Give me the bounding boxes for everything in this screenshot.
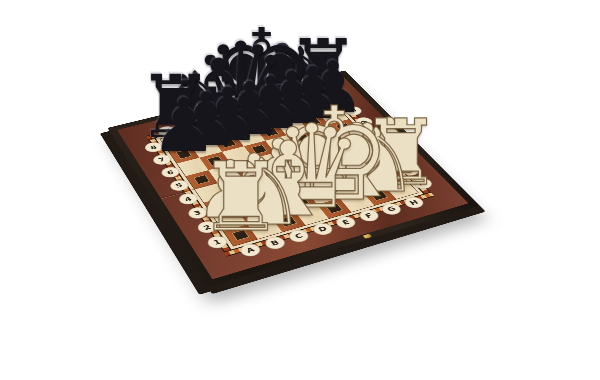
square-inlay: [325, 203, 343, 214]
square-inlay: [305, 117, 321, 126]
square-inlay: [315, 158, 332, 168]
square-inlay: [294, 134, 310, 143]
coordinate-label: B: [269, 239, 281, 247]
square-inlay: [370, 190, 388, 200]
square-inlay: [245, 208, 263, 219]
coordinate-label: 4: [380, 143, 392, 149]
square-inlay: [232, 229, 250, 240]
square-inlay: [357, 146, 374, 155]
chess-board: ABCDEFGHABCDEFGH8765432187654321: [107, 70, 479, 287]
coordinate-label: 1: [212, 238, 223, 246]
square-inlay: [251, 145, 267, 154]
coordinate-label: 1: [416, 180, 428, 186]
square-inlay: [347, 164, 364, 174]
square-inlay: [325, 140, 342, 149]
square-inlay: [226, 181, 243, 191]
square-inlay: [380, 171, 397, 181]
square-inlay: [189, 132, 205, 141]
square-inlay: [258, 189, 275, 199]
square-inlay: [193, 175, 210, 185]
coordinate-label: C: [293, 232, 304, 240]
square-inlay: [212, 201, 229, 212]
square-inlay: [336, 123, 352, 132]
square-inlay: [283, 151, 300, 160]
coordinate-label: G: [288, 96, 298, 102]
coordinate-label: B: [184, 122, 194, 128]
coordinate-label: C: [205, 117, 215, 123]
square-inlay: [271, 169, 288, 179]
square-inlay: [176, 150, 192, 159]
square-inlay: [336, 183, 353, 193]
coordinate-label: 5: [369, 131, 381, 136]
square-inlay: [233, 121, 249, 130]
coordinate-label: 3: [392, 155, 404, 161]
square-inlay: [303, 176, 320, 186]
coordinate-label: 6: [165, 169, 175, 176]
coordinate-label: 8: [149, 144, 158, 151]
coordinate-label: 8: [337, 97, 348, 102]
coordinate-label: D: [226, 112, 236, 118]
coordinate-label: 2: [404, 167, 416, 173]
square-inlay: [315, 101, 331, 109]
coordinate-label: 2: [202, 223, 213, 231]
coordinate-label: 5: [174, 182, 184, 189]
product-photo-stage: ABCDEFGHABCDEFGH8765432187654321 ♜♞♝♛♚♝♞…: [0, 0, 600, 380]
coordinate-label: 4: [183, 195, 193, 203]
coordinate-label: A: [245, 246, 257, 255]
square-inlay: [239, 163, 256, 173]
square-inlay: [263, 128, 279, 137]
coordinate-label: H: [309, 91, 319, 97]
coordinate-label: H: [407, 198, 419, 206]
square-inlay: [279, 216, 297, 227]
square-inlay: [220, 138, 236, 147]
coordinate-label: 7: [157, 156, 167, 163]
square-inlay: [274, 111, 290, 119]
coordinate-label: F: [363, 212, 374, 220]
coordinate-label: D: [316, 225, 328, 233]
coordinate-label: E: [248, 107, 257, 113]
coordinate-label: E: [340, 218, 351, 226]
square-inlay: [291, 196, 309, 206]
coordinate-label: 7: [347, 108, 358, 113]
square-inlay: [207, 156, 223, 166]
coordinate-label: 3: [192, 209, 202, 217]
coordinate-label: G: [385, 205, 397, 213]
coordinate-label: F: [269, 101, 278, 107]
coordinate-label: A: [162, 127, 172, 134]
coordinate-label: 6: [358, 119, 370, 124]
